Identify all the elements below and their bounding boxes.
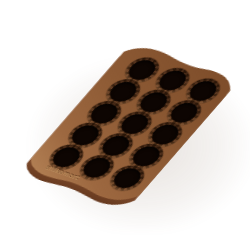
cavity-hole <box>78 155 115 181</box>
cavity-hole <box>109 165 146 191</box>
product-photo: silikomart <box>0 0 250 250</box>
